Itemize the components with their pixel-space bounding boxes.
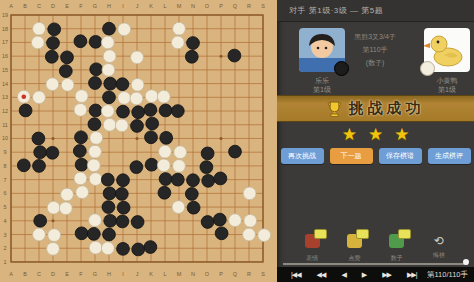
star-point	[136, 137, 139, 140]
app-window: AABBCCDDEEFFGGHHIIJJKKLLMMNNOOPPQQRRSS19…	[0, 0, 474, 282]
emote-chip[interactable]: 表情	[299, 231, 325, 261]
stone-white	[90, 131, 103, 144]
stone-black	[187, 37, 200, 50]
coordinate-label: 18	[2, 26, 8, 32]
stone-black	[117, 242, 130, 255]
coordinate-label: 16	[2, 53, 8, 59]
coordinate-label: 14	[2, 81, 8, 87]
stone-black	[89, 77, 102, 90]
stone-black	[104, 214, 117, 227]
stone-black	[103, 22, 116, 35]
coordinate-label: S	[261, 271, 265, 277]
black-player-name: 乐乐	[292, 76, 352, 85]
players-section: 乐乐 第1级 黑胜3又3/4子 第110手 (数子)	[277, 22, 474, 94]
last-move-marker	[22, 94, 27, 99]
stone-black	[73, 145, 86, 158]
coordinate-label: B	[23, 271, 27, 277]
stone-black	[215, 227, 228, 240]
stone-black	[33, 160, 46, 173]
stone-black	[200, 161, 213, 174]
coordinate-label: G	[93, 271, 97, 277]
stone-black	[90, 63, 103, 76]
board-area[interactable]: AABBCCDDEEFFGGHHIIJJKKLLMMNNOOPPQQRRSS19…	[0, 0, 277, 282]
coordinate-label: A	[9, 271, 13, 277]
stone-white	[172, 201, 185, 214]
stone-white	[101, 242, 114, 255]
match-title: 对手 第1级·3级 — 第5题	[289, 5, 383, 16]
hand-yellow-icon	[347, 234, 362, 248]
stone-white	[159, 145, 172, 158]
speech-bubble-icon	[398, 229, 411, 239]
stone-white	[61, 188, 74, 201]
stone-black	[213, 213, 226, 226]
coordinate-label: D	[51, 3, 55, 9]
stone-white	[118, 92, 131, 105]
white-player-avatar[interactable]	[424, 28, 470, 72]
stone-white	[173, 22, 186, 35]
stone-black	[89, 35, 102, 48]
stone-black	[75, 131, 88, 144]
coordinate-label: M	[177, 3, 182, 9]
slider-knob[interactable]	[463, 259, 469, 265]
stone-black	[89, 104, 102, 117]
stone-white	[157, 90, 170, 103]
step-forward-button[interactable]: ▶	[354, 267, 374, 282]
playback-bar: |◀◀ ◀◀ ◀ ▶ ▶▶ ▶▶| 第110/110手	[277, 267, 474, 282]
stone-white	[89, 214, 102, 227]
undo-arrow-icon: ⟲	[431, 234, 446, 248]
stone-black	[117, 201, 130, 214]
coordinate-label: R	[247, 3, 251, 9]
coordinate-label: C	[37, 271, 41, 277]
coordinate-label: 2	[3, 245, 6, 251]
stone-white	[74, 103, 87, 116]
stone-black	[132, 243, 145, 256]
stone-black	[104, 77, 117, 90]
coordinate-label: H	[107, 3, 111, 9]
coordinate-label: 13	[2, 94, 8, 100]
coordinate-label: 1	[3, 259, 6, 265]
speech-bubble-icon	[356, 229, 369, 239]
coordinate-label: G	[93, 3, 97, 9]
coordinate-label: J	[136, 3, 139, 9]
coordinate-label: N	[191, 3, 195, 9]
stone-white	[130, 92, 143, 105]
stone-white	[87, 159, 100, 172]
stone-white	[243, 228, 256, 241]
coordinate-label: L	[163, 3, 166, 9]
stone-white	[75, 90, 88, 103]
star-point	[220, 137, 223, 140]
stone-white	[103, 118, 116, 131]
result-line1: 黑胜3又3/4子	[335, 30, 415, 43]
stone-white	[145, 90, 158, 103]
coordinate-label: O	[205, 271, 210, 277]
stone-white	[47, 201, 60, 214]
coordinate-label: 9	[3, 149, 6, 155]
coordinate-label: C	[37, 3, 41, 9]
coordinate-label: 7	[3, 177, 6, 183]
coordinate-label: H	[107, 271, 111, 277]
coordinate-label: J	[136, 271, 139, 277]
fast-forward-button[interactable]: ▶▶	[374, 267, 399, 282]
star-icon: ★	[368, 124, 383, 145]
result-line2: 第110手	[335, 43, 415, 56]
star-point	[220, 55, 223, 58]
next-puzzle-button[interactable]: 下一题	[330, 148, 373, 164]
stone-black	[48, 23, 61, 36]
stone-white	[101, 105, 114, 118]
black-player-level: 第1级	[292, 85, 352, 94]
challenge-success-banner: 挑战成功	[277, 95, 474, 122]
count-chip[interactable]: 数子	[384, 231, 410, 261]
move-progress-slider[interactable]	[283, 261, 468, 266]
stone-black	[214, 172, 227, 185]
stone-black	[45, 50, 58, 63]
coordinate-label: 10	[2, 135, 8, 141]
stone-white	[103, 50, 116, 63]
step-back-button[interactable]: ◀	[333, 267, 353, 282]
white-player-name: 小黄鸭	[417, 76, 474, 85]
coordinate-label: A	[9, 3, 13, 9]
coordinate-label: O	[205, 3, 210, 9]
coordinate-label: R	[247, 271, 251, 277]
stone-black	[144, 241, 157, 254]
stone-white	[131, 78, 144, 91]
coordinate-label: P	[219, 3, 223, 9]
stone-black	[61, 51, 74, 64]
white-player-level: 第1级	[417, 85, 474, 94]
stone-black	[46, 146, 59, 159]
stone-white	[131, 51, 144, 64]
star-rating: ★ ★ ★	[277, 121, 474, 147]
coordinate-label: 6	[3, 190, 6, 196]
star-point	[52, 219, 55, 222]
stone-black	[34, 214, 47, 227]
stone-black	[117, 174, 130, 187]
stone-white	[171, 36, 184, 49]
coordinate-label: K	[149, 3, 153, 9]
stone-black	[75, 227, 88, 240]
stone-white	[33, 22, 46, 35]
stone-black	[87, 228, 100, 241]
coordinate-label: B	[23, 3, 27, 9]
stone-black	[159, 104, 172, 117]
like-chip[interactable]: 点赞	[341, 231, 367, 261]
star-icon: ★	[394, 124, 409, 145]
slider-fill	[283, 263, 468, 265]
stone-black	[146, 117, 159, 130]
stone-white	[76, 186, 89, 199]
stone-black	[17, 159, 30, 172]
stone-black	[34, 146, 47, 159]
stone-black	[187, 201, 200, 214]
coordinate-label: D	[51, 271, 55, 277]
retry-challenge-button[interactable]: 再次挑战	[281, 148, 324, 164]
stone-black	[32, 132, 45, 145]
coordinate-label: P	[219, 271, 223, 277]
stone-white	[48, 229, 61, 242]
coordinate-label: 8	[3, 163, 6, 169]
stone-black	[202, 174, 215, 187]
undo-chip[interactable]: ⟲ 悔棋	[426, 231, 452, 261]
trophy-icon	[327, 101, 342, 117]
stone-white	[74, 172, 87, 185]
coordinate-label: 12	[2, 108, 8, 114]
coordinate-label: M	[177, 271, 182, 277]
stone-black	[102, 201, 115, 214]
stone-black	[115, 188, 128, 201]
stone-black	[117, 105, 130, 118]
stone-white	[89, 173, 102, 186]
stone-black	[116, 215, 129, 228]
count-green-icon	[389, 234, 404, 248]
coordinate-label: E	[65, 271, 69, 277]
stone-white	[61, 78, 74, 91]
stone-black	[187, 174, 200, 187]
stone-white	[89, 241, 102, 254]
stone-black	[130, 161, 143, 174]
coordinate-label: Q	[233, 271, 238, 277]
stone-white	[89, 145, 102, 158]
save-record-button[interactable]: 保存棋谱	[379, 148, 422, 164]
stone-white	[157, 159, 170, 172]
stone-black	[59, 65, 72, 78]
stone-black	[103, 91, 116, 104]
skip-start-button[interactable]: |◀◀	[283, 267, 309, 282]
chat-red-icon	[305, 234, 320, 248]
stone-black	[101, 173, 114, 186]
coordinate-label: S	[261, 3, 265, 9]
stone-black	[144, 103, 157, 116]
stone-white	[243, 187, 256, 200]
coordinate-label: 17	[2, 39, 8, 45]
stone-black	[132, 106, 145, 119]
stone-black	[116, 78, 129, 91]
stone-white	[59, 202, 72, 215]
speech-bubble-icon	[314, 229, 327, 239]
stone-black	[19, 104, 32, 117]
coordinate-label: 3	[3, 232, 6, 238]
action-buttons: 再次挑战 下一题 保存棋谱 生成棋评	[277, 148, 474, 164]
stone-white	[102, 63, 115, 76]
stone-white	[46, 78, 59, 91]
white-stone-badge	[420, 61, 435, 76]
stone-black	[159, 173, 172, 186]
stone-white	[229, 214, 242, 227]
stone-black	[185, 50, 198, 63]
coordinate-label: E	[65, 3, 69, 9]
banner-text: 挑战成功	[349, 99, 425, 118]
stone-black	[131, 216, 144, 229]
stone-black	[160, 131, 173, 144]
coordinate-label: 15	[2, 67, 8, 73]
stone-black	[171, 173, 184, 186]
move-counter: 第110/110手	[427, 270, 468, 280]
stone-white	[31, 36, 44, 49]
stone-black	[228, 49, 241, 62]
coordinate-label: N	[191, 271, 195, 277]
stone-white	[33, 228, 46, 241]
fast-rewind-button[interactable]: ◀◀	[309, 267, 334, 282]
star-point	[52, 137, 55, 140]
black-player-caption: 乐乐 第1级	[292, 76, 352, 94]
slider-track	[283, 263, 468, 265]
stone-black	[229, 145, 242, 158]
game-result: 黑胜3又3/4子 第110手 (数子)	[335, 30, 415, 69]
stone-black	[145, 131, 158, 144]
stone-black	[145, 158, 158, 171]
stone-black	[75, 158, 88, 171]
star-icon: ★	[342, 124, 357, 145]
coordinate-label: 4	[3, 218, 6, 224]
white-player-caption: 小黄鸭 第1级	[417, 76, 474, 94]
stone-black	[185, 188, 198, 201]
stone-black	[171, 105, 184, 118]
stone-white	[173, 160, 186, 173]
stone-white	[33, 91, 46, 104]
coordinate-label: L	[163, 271, 166, 277]
coordinate-label: K	[149, 271, 153, 277]
match-header: 对手 第1级·3级 — 第5题	[277, 0, 474, 22]
stone-white	[101, 36, 114, 49]
stone-black	[47, 37, 60, 50]
stone-black	[74, 35, 87, 48]
stone-black	[201, 216, 214, 229]
stone-black	[88, 118, 101, 131]
stone-white	[258, 229, 271, 242]
stone-black	[103, 228, 116, 241]
result-line3: (数子)	[335, 56, 415, 69]
stone-black	[103, 187, 116, 200]
stone-black	[158, 186, 171, 199]
stone-white	[174, 146, 187, 159]
stone-black	[131, 120, 144, 133]
coordinate-label: 5	[3, 204, 6, 210]
stone-white	[118, 23, 131, 36]
go-board[interactable]: AABBCCDDEEFFGGHHIIJJKKLLMMNNOOPPQQRRSS19…	[0, 0, 277, 282]
skip-end-button[interactable]: ▶▶|	[399, 267, 425, 282]
coordinate-label: Q	[233, 3, 238, 9]
stone-white	[115, 119, 128, 132]
stone-white	[244, 214, 257, 227]
generate-review-button[interactable]: 生成棋评	[428, 148, 471, 164]
side-panel: 对手 第1级·3级 — 第5题 乐乐 第1级 黑胜3又3/4子	[277, 0, 474, 282]
tool-icons-row: 表情 点赞 数子 ⟲ 悔棋	[277, 231, 474, 261]
coordinate-label: 11	[2, 122, 8, 128]
coordinate-label: 19	[2, 12, 8, 18]
stone-black	[201, 147, 214, 160]
stone-white	[47, 242, 60, 255]
